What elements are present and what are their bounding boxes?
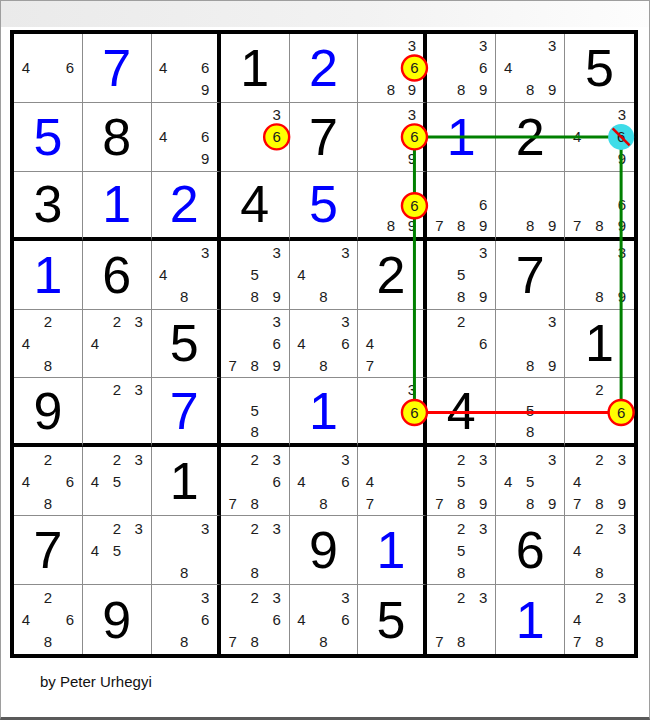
given-digit: 2 xyxy=(358,241,423,309)
sudoku-grid: 4674691236893689348955846936736912346931… xyxy=(14,34,634,654)
candidate-6: 6 xyxy=(266,470,288,492)
candidate-3: 3 xyxy=(266,104,288,126)
candidate-9: 9 xyxy=(401,148,422,170)
cell-r1c4[interactable]: 1 xyxy=(221,34,290,103)
candidate-7: 7 xyxy=(428,215,450,236)
candidate-3: 3 xyxy=(401,35,422,57)
candidate-6: 6 xyxy=(334,470,356,492)
cell-r8c3[interactable]: 38 xyxy=(152,516,221,585)
candidate-9: 9 xyxy=(611,492,633,514)
pencil-marks: 369 xyxy=(359,104,422,170)
pencil-marks: 469 xyxy=(153,35,216,101)
candidate-9: 9 xyxy=(472,215,494,236)
candidate-6: 6 xyxy=(195,57,216,79)
solved-digit: 1 xyxy=(427,103,495,171)
candidate-2: 2 xyxy=(106,311,128,333)
given-digit: 1 xyxy=(152,447,217,515)
candidate-8: 8 xyxy=(244,354,266,376)
candidate-8: 8 xyxy=(313,286,335,308)
solved-digit: 1 xyxy=(496,585,564,654)
candidate-3: 3 xyxy=(195,517,216,539)
cell-r5c4[interactable]: 36789 xyxy=(221,310,290,379)
cell-r9c5[interactable]: 3468 xyxy=(290,585,359,654)
cell-r1c9[interactable]: 5 xyxy=(565,34,634,103)
candidate-7: 7 xyxy=(222,492,244,514)
cell-r8c2[interactable]: 2345 xyxy=(83,516,152,585)
candidate-4: 4 xyxy=(153,57,174,79)
candidate-5: 5 xyxy=(450,470,472,492)
candidate-3: 3 xyxy=(541,448,563,470)
candidate-6: 6 xyxy=(472,57,494,79)
candidate-6: 6 xyxy=(401,126,422,148)
given-digit: 2 xyxy=(496,103,564,171)
candidate-8: 8 xyxy=(244,286,266,308)
cell-r5c1[interactable]: 248 xyxy=(14,310,83,379)
candidate-5: 5 xyxy=(106,470,128,492)
candidate-8: 8 xyxy=(244,421,266,442)
candidate-8: 8 xyxy=(450,492,472,514)
candidate-7: 7 xyxy=(428,631,450,653)
pencil-marks: 248 xyxy=(15,311,81,377)
cell-r3c5[interactable]: 5 xyxy=(290,172,359,241)
cell-r1c8[interactable]: 3489 xyxy=(496,34,565,103)
candidate-9: 9 xyxy=(541,492,563,514)
pencil-marks: 238 xyxy=(222,517,288,583)
candidate-8: 8 xyxy=(519,354,541,376)
candidate-8: 8 xyxy=(174,631,195,653)
cell-r9c3[interactable]: 368 xyxy=(152,585,221,654)
candidate-4: 4 xyxy=(291,333,313,355)
cell-r8c1[interactable]: 7 xyxy=(14,516,83,585)
candidate-3: 3 xyxy=(334,448,356,470)
candidate-8: 8 xyxy=(588,631,610,653)
cell-r8c9[interactable]: 2348 xyxy=(565,516,634,585)
pencil-marks: 23678 xyxy=(222,448,288,514)
solved-digit: 1 xyxy=(14,241,82,309)
candidate-9: 9 xyxy=(195,79,216,101)
cell-r4c5[interactable]: 348 xyxy=(290,241,359,310)
pencil-marks: 36 xyxy=(222,104,288,170)
candidate-6: 6 xyxy=(611,126,633,148)
pencil-marks: 89 xyxy=(497,173,563,236)
candidate-4: 4 xyxy=(291,264,313,286)
candidate-8: 8 xyxy=(588,286,610,308)
candidate-4: 4 xyxy=(84,333,106,355)
candidate-8: 8 xyxy=(37,631,59,653)
pencil-marks: 26 xyxy=(428,311,494,377)
candidate-3: 3 xyxy=(128,379,150,400)
candidate-3: 3 xyxy=(611,517,633,539)
candidate-7: 7 xyxy=(359,492,380,514)
candidate-6: 6 xyxy=(59,470,81,492)
candidate-2: 2 xyxy=(37,311,59,333)
pencil-marks: 235789 xyxy=(428,448,494,514)
candidate-3: 3 xyxy=(128,311,150,333)
pencil-marks: 34589 xyxy=(497,448,563,514)
candidate-6: 6 xyxy=(401,57,422,79)
candidate-3: 3 xyxy=(401,104,422,126)
candidate-9: 9 xyxy=(611,148,633,170)
cell-r2c8[interactable]: 2 xyxy=(496,103,565,172)
candidate-3: 3 xyxy=(541,35,563,57)
candidate-3: 3 xyxy=(401,379,422,400)
candidate-8: 8 xyxy=(313,631,335,653)
candidate-8: 8 xyxy=(244,492,266,514)
cell-r1c2[interactable]: 7 xyxy=(83,34,152,103)
given-digit: 9 xyxy=(14,378,82,443)
given-digit: 5 xyxy=(565,34,634,102)
cell-r5c9[interactable]: 1 xyxy=(565,310,634,379)
cell-r2c4[interactable]: 36 xyxy=(221,103,290,172)
candidate-7: 7 xyxy=(566,492,588,514)
candidate-7: 7 xyxy=(359,354,380,376)
candidate-2: 2 xyxy=(588,448,610,470)
candidate-3: 3 xyxy=(266,242,288,264)
cell-r7c2[interactable]: 2345 xyxy=(83,447,152,516)
candidate-6: 6 xyxy=(611,400,633,421)
candidate-9: 9 xyxy=(611,286,633,308)
given-digit: 8 xyxy=(83,103,151,171)
given-digit: 1 xyxy=(565,310,634,378)
cell-r9c9[interactable]: 23478 xyxy=(565,585,634,654)
cell-r1c7[interactable]: 3689 xyxy=(427,34,496,103)
pencil-marks: 3489 xyxy=(497,35,563,101)
cell-r5c5[interactable]: 3468 xyxy=(290,310,359,379)
candidate-2: 2 xyxy=(450,586,472,608)
candidate-3: 3 xyxy=(334,586,356,608)
cell-r4c1[interactable]: 1 xyxy=(14,241,83,310)
candidate-8: 8 xyxy=(37,492,59,514)
cell-r6c3[interactable]: 7 xyxy=(152,378,221,447)
candidate-9: 9 xyxy=(266,354,288,376)
cell-r4c4[interactable]: 3589 xyxy=(221,241,290,310)
candidate-3: 3 xyxy=(611,448,633,470)
pencil-marks: 2378 xyxy=(428,586,494,653)
candidate-8: 8 xyxy=(313,354,335,376)
candidate-9: 9 xyxy=(472,286,494,308)
cell-r2c5[interactable]: 7 xyxy=(290,103,359,172)
pencil-marks: 26 xyxy=(566,379,633,442)
solved-digit: 5 xyxy=(290,172,358,237)
given-digit: 6 xyxy=(496,516,564,584)
candidate-5: 5 xyxy=(244,264,266,286)
cell-r3c2[interactable]: 1 xyxy=(83,172,152,241)
candidate-8: 8 xyxy=(450,79,472,101)
candidate-8: 8 xyxy=(313,492,335,514)
candidate-3: 3 xyxy=(266,311,288,333)
cell-r1c3[interactable]: 469 xyxy=(152,34,221,103)
candidate-4: 4 xyxy=(84,539,106,561)
solved-digit: 1 xyxy=(290,378,358,443)
pencil-marks: 2345 xyxy=(84,517,150,583)
cell-r4c2[interactable]: 6 xyxy=(83,241,152,310)
candidate-9: 9 xyxy=(611,215,633,236)
app-window: 4674691236893689348955846936736912346931… xyxy=(0,0,650,720)
cell-r2c9[interactable]: 3469 xyxy=(565,103,634,172)
cell-r8c6[interactable]: 1 xyxy=(358,516,427,585)
cell-r9c7[interactable]: 2378 xyxy=(427,585,496,654)
candidate-5: 5 xyxy=(450,539,472,561)
candidate-9: 9 xyxy=(266,286,288,308)
cell-r6c7[interactable]: 4 xyxy=(427,378,496,447)
candidate-3: 3 xyxy=(472,242,494,264)
candidate-6: 6 xyxy=(59,608,81,630)
cell-r5c8[interactable]: 389 xyxy=(496,310,565,379)
pencil-marks: 36 xyxy=(359,379,422,442)
cell-r8c4[interactable]: 238 xyxy=(221,516,290,585)
candidate-8: 8 xyxy=(450,631,472,653)
cell-r4c7[interactable]: 3589 xyxy=(427,241,496,310)
cell-r6c2[interactable]: 23 xyxy=(83,378,152,447)
given-digit: 5 xyxy=(152,310,217,378)
candidate-3: 3 xyxy=(195,586,216,608)
cell-r5c2[interactable]: 234 xyxy=(83,310,152,379)
solved-digit: 5 xyxy=(14,103,82,171)
cell-r5c3[interactable]: 5 xyxy=(152,310,221,379)
candidate-8: 8 xyxy=(519,421,541,442)
pencil-marks: 2468 xyxy=(15,586,81,653)
candidate-4: 4 xyxy=(497,470,519,492)
candidate-8: 8 xyxy=(450,561,472,583)
candidate-3: 3 xyxy=(334,242,356,264)
candidate-9: 9 xyxy=(472,79,494,101)
candidate-9: 9 xyxy=(472,492,494,514)
pencil-marks: 389 xyxy=(497,311,563,377)
candidate-4: 4 xyxy=(497,57,519,79)
solved-digit: 2 xyxy=(290,34,358,102)
candidate-4: 4 xyxy=(359,333,380,355)
solved-digit: 1 xyxy=(83,172,151,237)
candidate-6: 6 xyxy=(401,400,422,421)
solved-digit: 1 xyxy=(358,516,423,584)
cell-r1c6[interactable]: 3689 xyxy=(358,34,427,103)
cell-r9c2[interactable]: 9 xyxy=(83,585,152,654)
pencil-marks: 2348 xyxy=(566,517,633,583)
pencil-marks: 38 xyxy=(153,517,216,583)
pencil-marks: 3689 xyxy=(359,35,422,101)
cell-r3c8[interactable]: 89 xyxy=(496,172,565,241)
candidate-6: 6 xyxy=(195,126,216,148)
candidate-4: 4 xyxy=(359,470,380,492)
candidate-4: 4 xyxy=(153,264,174,286)
candidate-5: 5 xyxy=(450,264,472,286)
cell-r7c3[interactable]: 1 xyxy=(152,447,221,516)
candidate-2: 2 xyxy=(37,586,59,608)
cell-r2c3[interactable]: 469 xyxy=(152,103,221,172)
candidate-6: 6 xyxy=(59,57,81,79)
cell-r6c5[interactable]: 1 xyxy=(290,378,359,447)
candidate-8: 8 xyxy=(244,631,266,653)
cell-r3c3[interactable]: 2 xyxy=(152,172,221,241)
given-digit: 4 xyxy=(221,172,289,237)
pencil-marks: 389 xyxy=(566,242,633,308)
cell-r6c8[interactable]: 58 xyxy=(496,378,565,447)
cell-r7c9[interactable]: 234789 xyxy=(565,447,634,516)
cell-r2c2[interactable]: 8 xyxy=(83,103,152,172)
pencil-marks: 3589 xyxy=(428,242,494,308)
pencil-marks: 348 xyxy=(153,242,216,308)
cell-r3c6[interactable]: 689 xyxy=(358,172,427,241)
cell-r7c4[interactable]: 23678 xyxy=(221,447,290,516)
candidate-4: 4 xyxy=(566,470,588,492)
candidate-3: 3 xyxy=(128,517,150,539)
cell-r9c8[interactable]: 1 xyxy=(496,585,565,654)
pencil-marks: 23 xyxy=(84,379,150,442)
cell-r8c5[interactable]: 9 xyxy=(290,516,359,585)
author-credit: by Peter Urhegyi xyxy=(40,673,152,690)
candidate-7: 7 xyxy=(566,215,588,236)
pencil-marks: 3469 xyxy=(566,104,633,170)
pencil-marks: 3468 xyxy=(291,586,357,653)
candidate-8: 8 xyxy=(588,561,610,583)
pencil-marks: 3468 xyxy=(291,448,357,514)
given-digit: 9 xyxy=(83,585,151,654)
candidate-2: 2 xyxy=(450,311,472,333)
candidate-6: 6 xyxy=(401,194,422,215)
candidate-2: 2 xyxy=(37,448,59,470)
candidate-4: 4 xyxy=(15,470,37,492)
candidate-7: 7 xyxy=(566,631,588,653)
cell-r3c4[interactable]: 4 xyxy=(221,172,290,241)
candidate-3: 3 xyxy=(266,517,288,539)
cell-r5c7[interactable]: 26 xyxy=(427,310,496,379)
candidate-4: 4 xyxy=(84,470,106,492)
candidate-3: 3 xyxy=(128,448,150,470)
cell-r4c6[interactable]: 2 xyxy=(358,241,427,310)
given-digit: 7 xyxy=(290,103,358,171)
cell-r8c7[interactable]: 2358 xyxy=(427,516,496,585)
pencil-marks: 47 xyxy=(359,448,422,514)
candidate-3: 3 xyxy=(472,448,494,470)
pencil-marks: 469 xyxy=(153,104,216,170)
cell-r4c3[interactable]: 348 xyxy=(152,241,221,310)
candidate-9: 9 xyxy=(195,148,216,170)
pencil-marks: 36789 xyxy=(222,311,288,377)
candidate-2: 2 xyxy=(106,448,128,470)
given-digit: 7 xyxy=(14,516,82,584)
candidate-6: 6 xyxy=(195,608,216,630)
cell-r7c6[interactable]: 47 xyxy=(358,447,427,516)
cell-r7c1[interactable]: 2468 xyxy=(14,447,83,516)
cell-r1c5[interactable]: 2 xyxy=(290,34,359,103)
cell-r6c9[interactable]: 26 xyxy=(565,378,634,447)
candidate-5: 5 xyxy=(106,539,128,561)
candidate-6: 6 xyxy=(266,333,288,355)
candidate-3: 3 xyxy=(195,242,216,264)
pencil-marks: 3589 xyxy=(222,242,288,308)
pencil-marks: 23678 xyxy=(222,586,288,653)
cell-r3c1[interactable]: 3 xyxy=(14,172,83,241)
candidate-2: 2 xyxy=(588,379,610,400)
cell-r1c1[interactable]: 46 xyxy=(14,34,83,103)
candidate-6: 6 xyxy=(334,608,356,630)
candidate-4: 4 xyxy=(153,126,174,148)
cell-r9c1[interactable]: 2468 xyxy=(14,585,83,654)
pencil-marks: 2345 xyxy=(84,448,150,514)
cell-r4c8[interactable]: 7 xyxy=(496,241,565,310)
candidate-9: 9 xyxy=(401,79,422,101)
given-digit: 7 xyxy=(496,241,564,309)
sudoku-board: 4674691236893689348955846936736912346931… xyxy=(10,30,638,658)
cell-r8c8[interactable]: 6 xyxy=(496,516,565,585)
candidate-8: 8 xyxy=(519,79,541,101)
candidate-7: 7 xyxy=(222,354,244,376)
cell-r2c7[interactable]: 1 xyxy=(427,103,496,172)
candidate-6: 6 xyxy=(266,126,288,148)
given-digit: 9 xyxy=(290,516,358,584)
candidate-3: 3 xyxy=(611,104,633,126)
pencil-marks: 6789 xyxy=(428,173,494,236)
pencil-marks: 234 xyxy=(84,311,150,377)
candidate-9: 9 xyxy=(541,215,563,236)
cell-r2c1[interactable]: 5 xyxy=(14,103,83,172)
cell-r6c1[interactable]: 9 xyxy=(14,378,83,447)
given-digit: 1 xyxy=(221,34,289,102)
candidate-6: 6 xyxy=(266,608,288,630)
candidate-3: 3 xyxy=(266,448,288,470)
pencil-marks: 3689 xyxy=(428,35,494,101)
candidate-9: 9 xyxy=(541,354,563,376)
cell-r7c5[interactable]: 3468 xyxy=(290,447,359,516)
pencil-marks: 368 xyxy=(153,586,216,653)
pencil-marks: 689 xyxy=(359,173,422,236)
cell-r2c6[interactable]: 369 xyxy=(358,103,427,172)
candidate-9: 9 xyxy=(541,79,563,101)
candidate-2: 2 xyxy=(244,586,266,608)
candidate-2: 2 xyxy=(588,517,610,539)
candidate-3: 3 xyxy=(266,586,288,608)
title-bar xyxy=(1,1,649,27)
candidate-8: 8 xyxy=(519,215,541,236)
candidate-8: 8 xyxy=(174,286,195,308)
pencil-marks: 3468 xyxy=(291,311,357,377)
given-digit: 6 xyxy=(83,241,151,309)
pencil-marks: 58 xyxy=(222,379,288,442)
candidate-2: 2 xyxy=(450,448,472,470)
pencil-marks: 348 xyxy=(291,242,357,308)
solved-digit: 2 xyxy=(152,172,217,237)
candidate-8: 8 xyxy=(37,354,59,376)
candidate-4: 4 xyxy=(15,333,37,355)
candidate-4: 4 xyxy=(15,608,37,630)
solved-digit: 7 xyxy=(152,378,217,443)
candidate-3: 3 xyxy=(611,242,633,264)
pencil-marks: 47 xyxy=(359,311,422,377)
cell-r5c6[interactable]: 47 xyxy=(358,310,427,379)
cell-r9c4[interactable]: 23678 xyxy=(221,585,290,654)
candidate-8: 8 xyxy=(380,79,401,101)
candidate-8: 8 xyxy=(380,215,401,236)
candidate-8: 8 xyxy=(519,492,541,514)
cell-r6c4[interactable]: 58 xyxy=(221,378,290,447)
cell-r3c7[interactable]: 6789 xyxy=(427,172,496,241)
candidate-4: 4 xyxy=(291,608,313,630)
pencil-marks: 23478 xyxy=(566,586,633,653)
cell-r7c8[interactable]: 34589 xyxy=(496,447,565,516)
cell-r6c6[interactable]: 36 xyxy=(358,378,427,447)
candidate-2: 2 xyxy=(244,517,266,539)
candidate-3: 3 xyxy=(541,311,563,333)
candidate-8: 8 xyxy=(588,492,610,514)
cell-r3c9[interactable]: 6789 xyxy=(565,172,634,241)
pencil-marks: 6789 xyxy=(566,173,633,236)
candidate-8: 8 xyxy=(450,215,472,236)
pencil-marks: 234789 xyxy=(566,448,633,514)
cell-r9c6[interactable]: 5 xyxy=(358,585,427,654)
cell-r4c9[interactable]: 389 xyxy=(565,241,634,310)
candidate-2: 2 xyxy=(588,586,610,608)
cell-r7c7[interactable]: 235789 xyxy=(427,447,496,516)
